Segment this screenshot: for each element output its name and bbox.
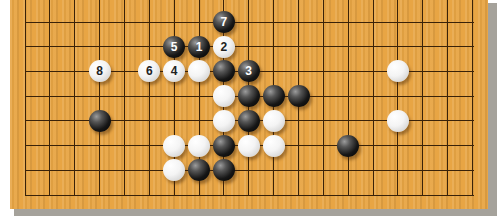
stone-white-move-6[interactable]: 6 xyxy=(138,60,160,82)
board-shadow-bottom xyxy=(14,209,497,216)
stone-black[interactable] xyxy=(337,135,359,157)
go-board[interactable]: 75128643 xyxy=(10,0,488,209)
stone-white[interactable] xyxy=(387,60,409,82)
grid-line-vertical xyxy=(74,0,75,196)
stone-black[interactable] xyxy=(238,85,260,107)
stone-white[interactable] xyxy=(263,135,285,157)
stone-white[interactable] xyxy=(213,110,235,132)
grid-line-vertical xyxy=(422,0,423,196)
stone-white[interactable] xyxy=(263,110,285,132)
stone-black-move-3[interactable]: 3 xyxy=(238,60,260,82)
grid-line-horizontal xyxy=(25,22,474,23)
stone-move-number: 2 xyxy=(221,41,228,53)
grid-line-vertical xyxy=(323,0,324,196)
stone-white[interactable] xyxy=(188,60,210,82)
stone-white[interactable] xyxy=(238,135,260,157)
stone-black[interactable] xyxy=(288,85,310,107)
grid-line-vertical xyxy=(149,0,150,196)
stone-black-move-7[interactable]: 7 xyxy=(213,11,235,33)
stone-black[interactable] xyxy=(263,85,285,107)
stone-black[interactable] xyxy=(213,135,235,157)
stone-move-number: 3 xyxy=(245,65,252,77)
stone-white[interactable] xyxy=(163,159,185,181)
stone-move-number: 6 xyxy=(146,65,153,77)
stone-black-move-1[interactable]: 1 xyxy=(188,36,210,58)
grid-line-vertical xyxy=(348,0,349,196)
stone-white-move-4[interactable]: 4 xyxy=(163,60,185,82)
grid-line-vertical xyxy=(25,0,26,196)
grid-line-vertical xyxy=(49,0,50,196)
stone-white[interactable] xyxy=(213,85,235,107)
go-diagram-screenshot: 75128643 xyxy=(0,0,500,222)
grid-line-horizontal xyxy=(25,195,474,196)
stone-move-number: 1 xyxy=(196,41,203,53)
stone-move-number: 8 xyxy=(96,65,103,77)
stone-move-number: 4 xyxy=(171,65,178,77)
stone-move-number: 5 xyxy=(171,41,178,53)
grid-line-vertical xyxy=(447,0,448,196)
grid-line-vertical xyxy=(373,0,374,196)
stone-black[interactable] xyxy=(188,159,210,181)
grid-line-vertical xyxy=(124,0,125,196)
stone-white[interactable] xyxy=(387,110,409,132)
grid-line-vertical xyxy=(472,0,473,196)
grid-line-horizontal xyxy=(25,170,474,171)
stone-black[interactable] xyxy=(238,110,260,132)
stone-white[interactable] xyxy=(163,135,185,157)
stone-black-move-5[interactable]: 5 xyxy=(163,36,185,58)
grid-line-vertical xyxy=(397,0,398,196)
stone-black[interactable] xyxy=(213,60,235,82)
stone-white-move-8[interactable]: 8 xyxy=(89,60,111,82)
grid-line-horizontal xyxy=(25,46,474,47)
stone-white-move-2[interactable]: 2 xyxy=(213,36,235,58)
stone-white[interactable] xyxy=(188,135,210,157)
stone-black[interactable] xyxy=(213,159,235,181)
stone-black[interactable] xyxy=(89,110,111,132)
stone-move-number: 7 xyxy=(221,16,228,28)
grid-line-vertical xyxy=(99,0,100,196)
board-shadow-right xyxy=(488,3,497,216)
